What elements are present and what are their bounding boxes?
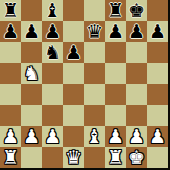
square-c6[interactable]: ♞ [42,42,63,63]
white-king[interactable]: ♚ [128,147,145,168]
square-h3[interactable] [147,105,168,126]
square-h1[interactable] [147,147,168,168]
square-h6[interactable] [147,42,168,63]
square-f6[interactable] [105,42,126,63]
white-rook[interactable]: ♜ [107,147,124,168]
square-c7[interactable]: ♟ [42,21,63,42]
square-c4[interactable] [42,84,63,105]
square-a2[interactable]: ♟ [0,126,21,147]
square-g7[interactable]: ♟ [126,21,147,42]
black-bishop[interactable]: ♝ [44,0,61,21]
black-pawn[interactable]: ♟ [23,21,40,42]
square-a3[interactable] [0,105,21,126]
black-pawn[interactable]: ♟ [128,21,145,42]
square-d7[interactable] [63,21,84,42]
square-f8[interactable]: ♜ [105,0,126,21]
black-knight[interactable]: ♞ [44,42,61,63]
white-rook[interactable]: ♜ [2,147,19,168]
white-pawn[interactable]: ♟ [2,126,19,147]
square-a8[interactable]: ♜ [0,0,21,21]
square-d2[interactable] [63,126,84,147]
square-c8[interactable]: ♝ [42,0,63,21]
square-e8[interactable] [84,0,105,21]
square-d4[interactable] [63,84,84,105]
square-e3[interactable] [84,105,105,126]
square-f7[interactable]: ♟ [105,21,126,42]
square-h5[interactable] [147,63,168,84]
square-e6[interactable] [84,42,105,63]
square-h7[interactable]: ♟ [147,21,168,42]
black-rook[interactable]: ♜ [2,0,19,21]
white-queen[interactable]: ♛ [65,147,82,168]
square-g2[interactable]: ♟ [126,126,147,147]
black-pawn[interactable]: ♟ [65,42,82,63]
square-f4[interactable] [105,84,126,105]
white-pawn[interactable]: ♟ [107,126,124,147]
black-pawn[interactable]: ♟ [149,21,166,42]
square-g4[interactable] [126,84,147,105]
square-d1[interactable]: ♛ [63,147,84,168]
square-b3[interactable] [21,105,42,126]
square-d3[interactable] [63,105,84,126]
square-f3[interactable] [105,105,126,126]
square-a4[interactable] [0,84,21,105]
square-a7[interactable]: ♟ [0,21,21,42]
square-e1[interactable] [84,147,105,168]
square-e4[interactable] [84,84,105,105]
square-a5[interactable] [0,63,21,84]
square-e5[interactable] [84,63,105,84]
white-pawn[interactable]: ♟ [149,126,166,147]
square-g6[interactable] [126,42,147,63]
square-c5[interactable] [42,63,63,84]
square-f1[interactable]: ♜ [105,147,126,168]
black-king[interactable]: ♚ [128,0,145,21]
square-c2[interactable]: ♟ [42,126,63,147]
square-c1[interactable] [42,147,63,168]
black-queen[interactable]: ♛ [86,21,103,42]
square-g8[interactable]: ♚ [126,0,147,21]
black-pawn[interactable]: ♟ [2,21,19,42]
square-a6[interactable] [0,42,21,63]
white-knight[interactable]: ♞ [23,63,40,84]
square-c3[interactable] [42,105,63,126]
square-h4[interactable] [147,84,168,105]
square-b6[interactable] [21,42,42,63]
square-e7[interactable]: ♛ [84,21,105,42]
white-pawn[interactable]: ♟ [128,126,145,147]
square-h2[interactable]: ♟ [147,126,168,147]
square-b2[interactable]: ♟ [21,126,42,147]
square-g5[interactable] [126,63,147,84]
square-b8[interactable] [21,0,42,21]
black-pawn[interactable]: ♟ [44,21,61,42]
black-pawn[interactable]: ♟ [107,21,124,42]
square-b4[interactable] [21,84,42,105]
white-bishop[interactable]: ♝ [86,126,103,147]
square-b1[interactable] [21,147,42,168]
square-b5[interactable]: ♞ [21,63,42,84]
square-g3[interactable] [126,105,147,126]
square-g1[interactable]: ♚ [126,147,147,168]
chess-board: ♜♝♜♚♟♟♟♛♟♟♟♞♟♞♟♟♟♝♟♟♟♜♛♜♚ [0,0,170,170]
black-rook[interactable]: ♜ [107,0,124,21]
square-e2[interactable]: ♝ [84,126,105,147]
white-pawn[interactable]: ♟ [23,126,40,147]
square-b7[interactable]: ♟ [21,21,42,42]
square-h8[interactable] [147,0,168,21]
white-pawn[interactable]: ♟ [44,126,61,147]
square-d8[interactable] [63,0,84,21]
square-a1[interactable]: ♜ [0,147,21,168]
square-f2[interactable]: ♟ [105,126,126,147]
square-d5[interactable] [63,63,84,84]
square-d6[interactable]: ♟ [63,42,84,63]
square-f5[interactable] [105,63,126,84]
